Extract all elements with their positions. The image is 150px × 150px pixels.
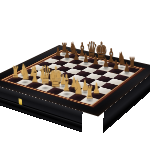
brass-latch-icon [18,98,22,105]
piece-black-pawn-e7: ♟ [93,54,99,66]
piece-black-pawn-h7: ♟ [123,61,130,74]
piece-black-pawn-f7: ♟ [103,56,109,68]
piece-black-pawn-c7: ♟ [73,50,79,62]
scene: ♜♞♝♛♚♝♞♜♟♟♟♟♟♟♟♟♟♟♟♟♟♟♟♟♜♞♝♛♚♝♞♜ [0,0,150,150]
piece-black-pawn-d7: ♟ [83,52,89,64]
square-f6 [92,69,108,75]
square-e6 [82,67,98,73]
piece-white-rook-h1: ♜ [85,84,94,101]
piece-black-pawn-b7: ♟ [64,48,70,60]
piece-black-pawn-g7: ♟ [113,59,120,71]
piece-white-bishop-f1: ♝ [61,72,73,94]
chess-set-product-photo: ♜♞♝♛♚♝♞♜♟♟♟♟♟♟♟♟♟♟♟♟♟♟♟♟♜♞♝♛♚♝♞♜ [0,0,150,150]
piece-white-rook-a1: ♜ [11,64,19,79]
piece-white-knight-g1: ♞ [73,77,84,97]
piece-black-pawn-a7: ♟ [55,46,61,57]
